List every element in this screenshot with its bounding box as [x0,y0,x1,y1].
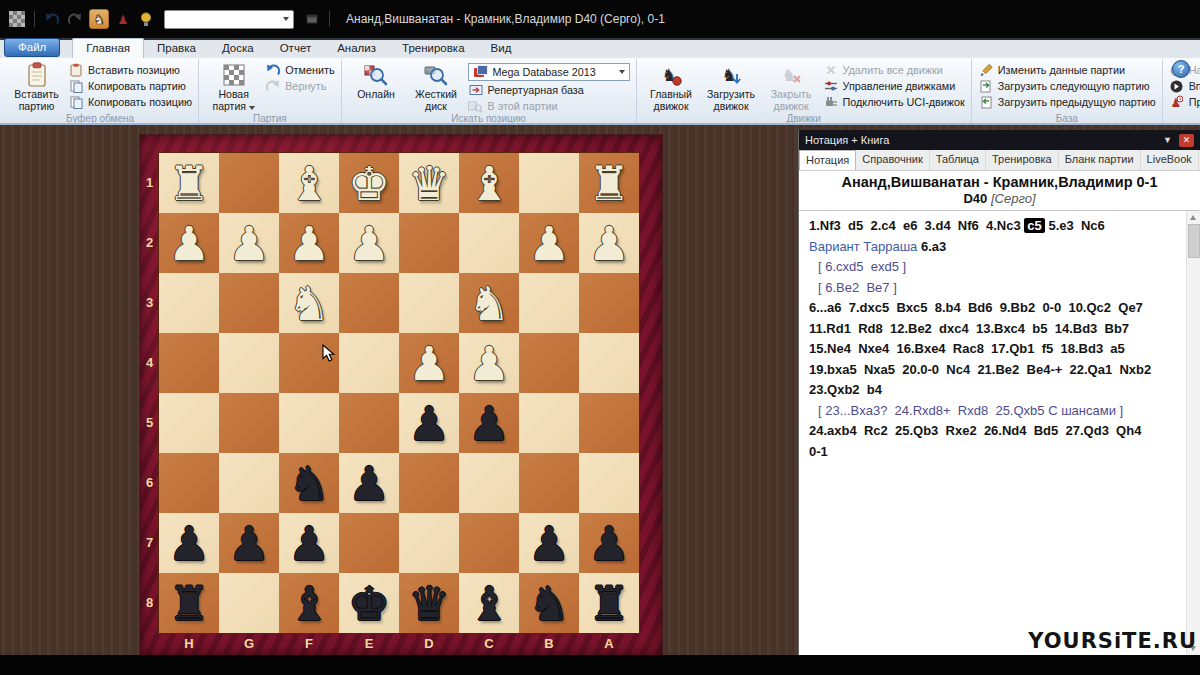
file-label-A: A [579,634,639,654]
variation-text[interactable]: [ 23...Bxa3? 24.Rxd8+ Rxd8 25.Qxb5 С шан… [818,403,1123,418]
ribbon-group-Партия: Новая партия ОтменитьВернутьПартия [199,59,341,124]
chevron-down-icon [619,70,625,74]
button-label: Загрузить предыдущую партию [998,96,1156,108]
button-label: Подключить UCI-движок [843,96,965,108]
piece-black-r: ♜ [159,573,219,633]
eng-main-icon: ♞ [659,62,683,88]
scrollbar[interactable] [1186,211,1200,655]
game-source: [Серго] [991,191,1036,206]
tab-row: ФайлГлавнаяПравкаДоскаОтчетАнализТрениро… [0,38,1200,58]
button-label: Загрузить движок [703,89,760,112]
edit-icon [978,64,994,77]
button-Репертуарная база[interactable]: Репертуарная база [468,83,630,97]
square-a3[interactable] [579,273,639,333]
button-label: Копировать позицию [88,96,192,108]
chess-board: ♜♝♚♛♝♜♟♟♟♟♟♟♞♞♟♟♟♟♞♟♟♟♟♟♟♜♝♚♛♝♞♜ 1234567… [140,135,662,655]
button-label: Онлайн [357,89,395,101]
db-icon [473,65,489,80]
board-squares: ♜♝♚♛♝♜♟♟♟♟♟♟♞♞♟♟♟♟♞♟♟♟♟♟♟♜♝♚♛♝♞♜ [159,153,639,633]
ribbon: Вставить партиюВставить позициюКопироват… [0,58,1200,124]
button-Закрыть движок[interactable]: ♞Закрыть движок [763,60,820,113]
piece-white-k: ♚ [339,153,399,213]
button-label: В этой партии [488,100,558,112]
ribbon-group-Искать позицию: ОнлайнЖесткий дискMega Database 2013Репе… [342,59,637,124]
help-icon[interactable]: ? [1172,60,1190,78]
variation-text[interactable]: [ 6.cxd5 exd5 ] [818,259,906,274]
notation-line: 24.axb4 Rc2 25.Qb3 Rxe2 26.Nd4 Bd5 27.Qd… [809,421,1178,442]
button-label: Копировать партию [88,80,186,92]
button-label: Управление движками [843,80,956,92]
square-h4[interactable] [159,333,219,393]
square-g7[interactable]: ♟ [219,513,279,573]
button-Изменить данные партии[interactable]: Изменить данные партии [978,63,1156,77]
undo-icon [265,64,281,77]
piece-white-n: ♞ [459,273,519,333]
notation-line: 0-1 [809,442,1178,463]
piece-white-r: ♜ [159,153,219,213]
square-h1[interactable]: ♜ [159,153,219,213]
tab-Правка[interactable]: Правка [144,39,209,58]
button-label: Mega Database 2013 [493,66,615,78]
piece-white-p: ♟ [399,333,459,393]
separator [34,11,35,27]
tab-Доска[interactable]: Доска [209,39,267,58]
square-d4[interactable]: ♟ [399,333,459,393]
piece-white-p: ♟ [159,213,219,273]
square-c3[interactable]: ♞ [459,273,519,333]
chevron-down-icon [249,106,255,110]
square-g3[interactable] [219,273,279,333]
button-label: Изменить данные партии [998,64,1125,76]
combobox-Mega Database 2013[interactable]: Mega Database 2013 [468,63,630,81]
piece-black-p: ♟ [159,513,219,573]
notation-line: 6...a6 7.dxc5 Bxc5 8.b4 Bd6 9.Bb2 0-0 10… [809,298,1178,401]
redo-icon [265,80,281,93]
piece-white-p: ♟ [579,213,639,273]
piece-white-p: ♟ [279,213,339,273]
file-label-E: E [339,634,399,654]
fwd-icon [1169,80,1185,93]
game-header: Ананд,Вишванатан - Крамник,Владимир 0-1 … [799,171,1200,211]
square-a1[interactable]: ♜ [579,153,639,213]
qat-engine-icon[interactable]: ♟ [114,10,132,28]
square-f7[interactable]: ♟ [279,513,339,573]
mag-disk-icon [424,62,448,88]
ribbon-group-Движки: ♞Главный движок♞Загрузить движок♞Закрыть… [637,59,972,124]
button-label: Вставить позицию [88,64,180,76]
file-label-C: C [459,634,519,654]
notation-panel: Нотация + Книга ▼ ✕ НотацияСправочникТаб… [798,130,1200,655]
button-label: Новая партия [205,89,262,112]
copy-icon [68,96,84,109]
square-e3[interactable] [339,273,399,333]
bottom-bar [0,655,1200,675]
square-d6[interactable] [399,453,459,513]
square-c8[interactable]: ♝ [459,573,519,633]
manage-icon [823,80,839,92]
button-Управление движками[interactable]: Управление движками [823,79,965,93]
piece-white-b: ♝ [459,153,519,213]
square-a6[interactable] [579,453,639,513]
qat-undo-icon[interactable] [43,10,61,28]
square-c6[interactable] [459,453,519,513]
piece-black-p: ♟ [459,393,519,453]
panel-tab-LiveBook[interactable]: LiveBook [1141,150,1199,170]
tab-Вид[interactable]: Вид [478,39,525,58]
notation-line: [ 23...Bxa3? 24.Rxd8+ Rxd8 25.Qxb5 С шан… [809,401,1178,422]
square-b2[interactable]: ♟ [519,213,579,273]
notation-line: [ 6.cxd5 exd5 ] [809,257,1178,278]
move-text[interactable]: 24.axb4 Rc2 25.Qb3 Rxe2 26.Nd4 Bd5 27.Qd… [809,423,1141,438]
tab-Файл[interactable]: Файл [4,38,60,57]
panel-title-bar: Нотация + Книга ▼ ✕ [799,130,1200,150]
file-label-D: D [399,634,459,654]
window-title: Ананд,Вишванатан - Крамник,Владимир D40 … [346,12,665,26]
piece-black-p: ♟ [279,513,339,573]
piece-black-n: ♞ [279,453,339,513]
square-g6[interactable] [219,453,279,513]
button-label: Жесткий диск [408,89,465,112]
file-label-F: F [279,634,339,654]
piece-black-n: ♞ [519,573,579,633]
square-c7[interactable] [459,513,519,573]
panel-tabs: НотацияСправочникТаблицаТренировкаБланк … [799,150,1200,171]
button-Главный движок[interactable]: ♞Главный движок [643,60,700,113]
button-Жесткий диск[interactable]: Жесткий диск [408,60,465,113]
mouse-cursor [322,344,337,367]
notation-line: Вариант Тарраша 6.a3 [809,237,1178,258]
square-a8[interactable]: ♜ [579,573,639,633]
tab-Тренировка[interactable]: Тренировка [389,39,478,58]
move-text[interactable]: 6.a3 [921,239,946,254]
square-f5[interactable] [279,393,339,453]
square-b6[interactable] [519,453,579,513]
square-g2[interactable]: ♟ [219,213,279,273]
square-d3[interactable] [399,273,459,333]
square-g1[interactable] [219,153,279,213]
qat-combobox[interactable] [164,10,294,29]
square-h6[interactable] [159,453,219,513]
panel-title: Нотация + Книга [805,134,1163,146]
button-Подключить UCI-движок[interactable]: Подключить UCI-движок [823,95,965,109]
button-Новая партия[interactable]: Новая партия [205,60,262,113]
scroll-up-icon[interactable] [1190,215,1196,220]
piece-white-p: ♟ [339,213,399,273]
rank-label-4: 4 [140,333,159,393]
svg-text:♟: ♟ [118,13,129,26]
piece-white-q: ♛ [399,153,459,213]
panel-tab-Справочник[interactable]: Справочник [856,150,930,170]
square-b5[interactable] [519,393,579,453]
piece-black-b: ♝ [459,573,519,633]
file-label-H: H [159,634,219,654]
qat-redo-icon[interactable] [66,10,84,28]
square-f3[interactable]: ♞ [279,273,339,333]
button-Просмотреть историю[interactable]: ♟Просмотреть историю [1169,95,1200,109]
piece-black-r: ♜ [579,573,639,633]
current-move[interactable]: c5 [1024,218,1044,233]
square-a2[interactable]: ♟ [579,213,639,273]
notation-moves: 1.Nf3 d5 2.c4 e6 3.d4 Nf6 4.Nc3 c5 5.e3 … [799,211,1200,655]
watermark: YOURSiTE.RU [1028,629,1197,653]
button-Удалить все движки[interactable]: Удалить все движки [823,63,965,77]
hist-icon: ♟ [1169,95,1185,109]
panel-tab-Нотация[interactable]: Нотация [799,150,856,170]
variation-text[interactable]: [ 6.Be2 Be7 ] [818,280,897,295]
piece-black-b: ♝ [279,573,339,633]
ribbon-group-Буфер обмена: Вставить партиюВставить позициюКопироват… [2,59,199,124]
square-f2[interactable]: ♟ [279,213,339,273]
qat-piece-icon[interactable]: ♞ [89,9,109,29]
loadnext-icon [978,80,994,93]
button-Вперёд[interactable]: Вперёд [1169,79,1200,93]
square-d2[interactable] [399,213,459,273]
qat-hint-bulb-icon[interactable] [137,10,155,28]
square-b4[interactable] [519,333,579,393]
paste-icon [68,63,84,77]
square-f8[interactable]: ♝ [279,573,339,633]
square-h3[interactable] [159,273,219,333]
copy-icon [68,80,84,93]
eco-code: D40 [963,191,987,206]
square-a7[interactable]: ♟ [579,513,639,573]
ribbon-group-База: Изменить данные партииЗагрузить следующу… [972,59,1163,124]
piece-black-q: ♛ [399,573,459,633]
square-b8[interactable]: ♞ [519,573,579,633]
square-h8[interactable]: ♜ [159,573,219,633]
title-bar: ♞ ♟ Ананд,Вишванатан - Крамник,Владимир … [0,0,1200,38]
square-f6[interactable]: ♞ [279,453,339,513]
file-label-G: G [219,634,279,654]
tab-Главная[interactable]: Главная [72,38,144,58]
ingame-icon [468,100,484,113]
square-b7[interactable]: ♟ [519,513,579,573]
notation-line: 1.Nf3 d5 2.c4 e6 3.d4 Nf6 4.Nc3 c5 5.e3 … [809,216,1178,237]
button-label: Отменить [285,64,334,76]
square-e2[interactable]: ♟ [339,213,399,273]
square-g4[interactable] [219,333,279,393]
square-d5[interactable]: ♟ [399,393,459,453]
scrollbar-thumb[interactable] [1188,224,1200,258]
square-e5[interactable] [339,393,399,453]
square-g5[interactable] [219,393,279,453]
game-eco-line: D40 [Серго] [805,191,1194,206]
file-label-B: B [519,634,579,654]
panel-collapse-icon[interactable]: ▼ [1163,135,1172,145]
button-label: Вставить партию [8,89,65,112]
square-h2[interactable]: ♟ [159,213,219,273]
svg-text:♞: ♞ [93,12,105,27]
piece-black-p: ♟ [399,393,459,453]
svg-text:♞: ♞ [721,65,736,85]
button-Онлайн[interactable]: Онлайн [348,60,405,113]
square-h5[interactable] [159,393,219,453]
button-label: Назад [1189,64,1200,76]
button-label: Главный движок [643,89,700,112]
button-Загрузить предыдущую партию[interactable]: Загрузить предыдущую партию [978,95,1156,109]
rank-label-3: 3 [140,273,159,333]
notation-line: [ 6.Be2 Be7 ] [809,278,1178,299]
qat-window-icon[interactable] [303,10,321,28]
game-players: Ананд,Вишванатан - Крамник,Владимир 0-1 [805,174,1194,190]
eng-load-icon: ♞ [719,62,743,88]
loadprev-icon [978,96,994,109]
mag-board-icon [364,62,388,88]
piece-white-p: ♟ [219,213,279,273]
square-e4[interactable] [339,333,399,393]
button-label: Просмотреть историю [1189,96,1200,108]
square-a5[interactable] [579,393,639,453]
piece-white-b: ♝ [279,153,339,213]
clipboard-icon [27,62,47,88]
button-В этой партии[interactable]: В этой партии [468,99,630,113]
square-e8[interactable]: ♚ [339,573,399,633]
del-icon [823,64,839,76]
main-area: ♜♝♚♛♝♜♟♟♟♟♟♟♞♞♟♟♟♟♞♟♟♟♟♟♟♜♝♚♛♝♞♜ 1234567… [0,125,1200,655]
uci-icon [823,96,839,109]
variation-name[interactable]: Вариант Тарраша [809,239,921,254]
button-Копировать партию[interactable]: Копировать партию [68,79,192,93]
button-label: Закрыть движок [763,89,820,112]
square-b1[interactable] [519,153,579,213]
button-label: Загрузить следующую партию [998,80,1150,92]
button-Отменить[interactable]: Отменить [265,63,334,77]
rank-label-1: 1 [140,153,159,213]
rank-label-8: 8 [140,573,159,633]
button-Загрузить следующую партию[interactable]: Загрузить следующую партию [978,79,1156,93]
piece-black-p: ♟ [519,513,579,573]
square-h7[interactable]: ♟ [159,513,219,573]
rank-label-5: 5 [140,393,159,453]
app-board-icon [8,10,26,28]
square-e1[interactable]: ♚ [339,153,399,213]
button-Загрузить движок[interactable]: ♞Загрузить движок [703,60,760,113]
move-text[interactable]: 0-1 [809,444,828,459]
panel-tab-Бланк партии[interactable]: Бланк партии [1059,150,1141,170]
eng-close-icon: ♞ [779,62,803,88]
button-label: Вперёд [1189,80,1200,92]
move-text[interactable]: 5.e3 Nc6 [1045,218,1105,233]
piece-black-k: ♚ [339,573,399,633]
square-e6[interactable]: ♟ [339,453,399,513]
tab-Отчет[interactable]: Отчет [267,39,325,58]
button-Вернуть[interactable]: Вернуть [265,79,334,93]
rep-icon [468,84,484,96]
piece-white-p: ♟ [459,333,519,393]
button-Вставить партию[interactable]: Вставить партию [8,60,65,113]
separator [329,11,330,27]
square-d1[interactable]: ♛ [399,153,459,213]
piece-white-n: ♞ [279,273,339,333]
square-e7[interactable] [339,513,399,573]
square-f1[interactable]: ♝ [279,153,339,213]
board-icon [223,62,245,88]
square-a4[interactable] [579,333,639,393]
piece-white-p: ♟ [519,213,579,273]
panel-tab-Таблица[interactable]: Таблица [930,150,986,170]
square-d8[interactable]: ♛ [399,573,459,633]
square-d7[interactable] [399,513,459,573]
rank-label-7: 7 [140,513,159,573]
button-label: Удалить все движки [843,64,943,76]
square-g8[interactable] [219,573,279,633]
button-Копировать позицию[interactable]: Копировать позицию [68,95,192,109]
tab-Анализ[interactable]: Анализ [324,39,389,58]
square-b3[interactable] [519,273,579,333]
square-c1[interactable]: ♝ [459,153,519,213]
move-text[interactable]: 6...a6 7.dxc5 Bxc5 8.b4 Bd6 9.Bb2 0-0 10… [809,300,1158,397]
square-c5[interactable]: ♟ [459,393,519,453]
move-text[interactable]: 1.Nf3 d5 2.c4 e6 3.d4 Nf6 4.Nc3 [809,218,1024,233]
rank-label-2: 2 [140,213,159,273]
piece-black-p: ♟ [339,453,399,513]
piece-white-r: ♜ [579,153,639,213]
button-Вставить позицию[interactable]: Вставить позицию [68,63,192,77]
piece-black-p: ♟ [219,513,279,573]
button-label: Репертуарная база [488,84,584,96]
square-c4[interactable]: ♟ [459,333,519,393]
button-label: Вернуть [285,80,326,92]
square-c2[interactable] [459,213,519,273]
panel-close-icon[interactable]: ✕ [1179,134,1194,147]
panel-tab-Тренировка[interactable]: Тренировка [986,150,1059,170]
chevron-down-icon [283,17,289,21]
piece-black-p: ♟ [579,513,639,573]
rank-label-6: 6 [140,453,159,513]
